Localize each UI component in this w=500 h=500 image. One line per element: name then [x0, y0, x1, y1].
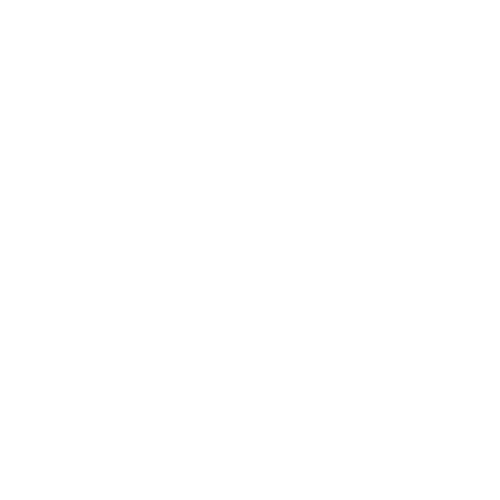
product-image — [0, 0, 500, 500]
chocolate-bar-photo — [0, 0, 500, 500]
